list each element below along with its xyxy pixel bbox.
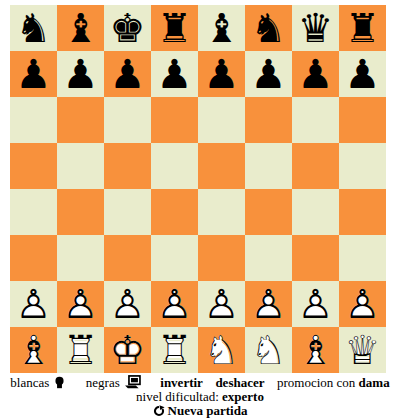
square-g7[interactable]: ♟ bbox=[292, 51, 339, 97]
square-g6[interactable] bbox=[292, 97, 339, 143]
promotion-piece-button[interactable]: dama bbox=[359, 375, 390, 390]
square-h3[interactable] bbox=[339, 235, 386, 281]
person-head-icon[interactable] bbox=[53, 376, 66, 389]
square-h5[interactable] bbox=[339, 143, 386, 189]
square-b8[interactable]: ♝ bbox=[57, 5, 104, 51]
square-b6[interactable] bbox=[57, 97, 104, 143]
white-pawn-piece: ♟♙ bbox=[345, 281, 381, 327]
refresh-icon[interactable] bbox=[153, 405, 165, 417]
black-pawn-piece: ♟ bbox=[251, 51, 287, 97]
white-bishop-piece: ♝♗ bbox=[298, 327, 334, 373]
square-d4[interactable] bbox=[151, 189, 198, 235]
square-f3[interactable] bbox=[245, 235, 292, 281]
square-d7[interactable]: ♟ bbox=[151, 51, 198, 97]
piece-outline: ♙ bbox=[157, 281, 193, 327]
square-f2[interactable]: ♟♙ bbox=[245, 281, 292, 327]
white-pawn-piece: ♟♙ bbox=[298, 281, 334, 327]
square-g5[interactable] bbox=[292, 143, 339, 189]
square-h7[interactable]: ♟ bbox=[339, 51, 386, 97]
square-e6[interactable] bbox=[198, 97, 245, 143]
white-knight-piece: ♞♘ bbox=[204, 327, 240, 373]
computer-icon[interactable] bbox=[124, 375, 141, 389]
square-d2[interactable]: ♟♙ bbox=[151, 281, 198, 327]
controls-panel: blancas negras invertir deshacer promoci… bbox=[0, 375, 400, 418]
black-knight-piece: ♞ bbox=[251, 5, 287, 51]
black-bishop-piece: ♝ bbox=[204, 5, 240, 51]
piece-outline: ♙ bbox=[204, 281, 240, 327]
square-e1[interactable]: ♞♘ bbox=[198, 327, 245, 373]
square-a8[interactable]: ♞ bbox=[10, 5, 57, 51]
black-pawn-piece: ♟ bbox=[204, 51, 240, 97]
square-g1[interactable]: ♝♗ bbox=[292, 327, 339, 373]
square-a7[interactable]: ♟ bbox=[10, 51, 57, 97]
black-pawn-piece: ♟ bbox=[16, 51, 52, 97]
piece-outline: ♙ bbox=[63, 281, 99, 327]
piece-outline: ♙ bbox=[251, 281, 287, 327]
white-rook-piece: ♜♖ bbox=[63, 327, 99, 373]
piece-outline: ♗ bbox=[298, 327, 334, 373]
black-pawn-piece: ♟ bbox=[345, 51, 381, 97]
piece-outline: ♗ bbox=[16, 327, 52, 373]
square-e8[interactable]: ♝ bbox=[198, 5, 245, 51]
square-h6[interactable] bbox=[339, 97, 386, 143]
square-c8[interactable]: ♚ bbox=[104, 5, 151, 51]
square-g2[interactable]: ♟♙ bbox=[292, 281, 339, 327]
square-h8[interactable]: ♜ bbox=[339, 5, 386, 51]
difficulty-row: nivel dificultad: experto bbox=[0, 390, 400, 404]
square-a4[interactable] bbox=[10, 189, 57, 235]
square-h1[interactable]: ♛♕ bbox=[339, 327, 386, 373]
square-d5[interactable] bbox=[151, 143, 198, 189]
square-b2[interactable]: ♟♙ bbox=[57, 281, 104, 327]
new-game-button[interactable]: Nueva partida bbox=[168, 403, 248, 418]
black-queen-piece: ♛ bbox=[298, 5, 334, 51]
square-c2[interactable]: ♟♙ bbox=[104, 281, 151, 327]
white-pawn-piece: ♟♙ bbox=[16, 281, 52, 327]
black-pawn-piece: ♟ bbox=[298, 51, 334, 97]
square-a2[interactable]: ♟♙ bbox=[10, 281, 57, 327]
white-player-label: blancas bbox=[10, 375, 49, 390]
square-b3[interactable] bbox=[57, 235, 104, 281]
piece-outline: ♖ bbox=[63, 327, 99, 373]
black-pawn-piece: ♟ bbox=[157, 51, 193, 97]
square-a3[interactable] bbox=[10, 235, 57, 281]
white-bishop-piece: ♝♗ bbox=[16, 327, 52, 373]
difficulty-label: nivel dificultad: bbox=[136, 389, 219, 404]
black-knight-piece: ♞ bbox=[16, 5, 52, 51]
square-a5[interactable] bbox=[10, 143, 57, 189]
black-bishop-piece: ♝ bbox=[63, 5, 99, 51]
square-b4[interactable] bbox=[57, 189, 104, 235]
black-player-label: negras bbox=[86, 375, 120, 390]
chess-board: ♞♝♚♜♝♞♛♜♟♟♟♟♟♟♟♟♟♙♟♙♟♙♟♙♟♙♟♙♟♙♟♙♝♗♜♖♚♔♜♖… bbox=[10, 5, 386, 373]
white-king-piece: ♚♔ bbox=[110, 327, 146, 373]
square-d3[interactable] bbox=[151, 235, 198, 281]
piece-outline: ♘ bbox=[251, 327, 287, 373]
black-pawn-piece: ♟ bbox=[110, 51, 146, 97]
black-rook-piece: ♜ bbox=[157, 5, 193, 51]
difficulty-value-button[interactable]: experto bbox=[222, 389, 264, 404]
piece-outline: ♙ bbox=[298, 281, 334, 327]
white-rook-piece: ♜♖ bbox=[157, 327, 193, 373]
square-a1[interactable]: ♝♗ bbox=[10, 327, 57, 373]
square-c7[interactable]: ♟ bbox=[104, 51, 151, 97]
square-e4[interactable] bbox=[198, 189, 245, 235]
square-e2[interactable]: ♟♙ bbox=[198, 281, 245, 327]
piece-outline: ♘ bbox=[204, 327, 240, 373]
promotion-label: promocion con bbox=[277, 375, 355, 390]
piece-outline: ♙ bbox=[345, 281, 381, 327]
square-f5[interactable] bbox=[245, 143, 292, 189]
square-c5[interactable] bbox=[104, 143, 151, 189]
square-d8[interactable]: ♜ bbox=[151, 5, 198, 51]
square-b5[interactable] bbox=[57, 143, 104, 189]
square-d6[interactable] bbox=[151, 97, 198, 143]
white-pawn-piece: ♟♙ bbox=[251, 281, 287, 327]
square-f1[interactable]: ♞♘ bbox=[245, 327, 292, 373]
piece-outline: ♔ bbox=[110, 327, 146, 373]
square-e5[interactable] bbox=[198, 143, 245, 189]
square-f7[interactable]: ♟ bbox=[245, 51, 292, 97]
square-c1[interactable]: ♚♔ bbox=[104, 327, 151, 373]
white-pawn-piece: ♟♙ bbox=[204, 281, 240, 327]
invert-button[interactable]: invertir bbox=[160, 375, 203, 390]
square-b7[interactable]: ♟ bbox=[57, 51, 104, 97]
square-f8[interactable]: ♞ bbox=[245, 5, 292, 51]
white-knight-piece: ♞♘ bbox=[251, 327, 287, 373]
square-f4[interactable] bbox=[245, 189, 292, 235]
square-h2[interactable]: ♟♙ bbox=[339, 281, 386, 327]
black-king-piece: ♚ bbox=[110, 5, 146, 51]
white-pawn-piece: ♟♙ bbox=[157, 281, 193, 327]
white-pawn-piece: ♟♙ bbox=[63, 281, 99, 327]
square-e7[interactable]: ♟ bbox=[198, 51, 245, 97]
black-rook-piece: ♜ bbox=[345, 5, 381, 51]
square-f6[interactable] bbox=[245, 97, 292, 143]
square-e3[interactable] bbox=[198, 235, 245, 281]
square-b1[interactable]: ♜♖ bbox=[57, 327, 104, 373]
piece-outline: ♙ bbox=[110, 281, 146, 327]
square-c6[interactable] bbox=[104, 97, 151, 143]
square-g3[interactable] bbox=[292, 235, 339, 281]
undo-button[interactable]: deshacer bbox=[215, 375, 264, 390]
piece-outline: ♙ bbox=[16, 281, 52, 327]
square-g8[interactable]: ♛ bbox=[292, 5, 339, 51]
square-h4[interactable] bbox=[339, 189, 386, 235]
square-c4[interactable] bbox=[104, 189, 151, 235]
square-g4[interactable] bbox=[292, 189, 339, 235]
chess-game-page: { "game": "chess", "position": "nbkrbnqr… bbox=[0, 0, 400, 419]
white-pawn-piece: ♟♙ bbox=[110, 281, 146, 327]
players-and-actions-row: blancas negras invertir deshacer promoci… bbox=[0, 375, 400, 390]
piece-outline: ♖ bbox=[157, 327, 193, 373]
square-a6[interactable] bbox=[10, 97, 57, 143]
square-c3[interactable] bbox=[104, 235, 151, 281]
black-pawn-piece: ♟ bbox=[63, 51, 99, 97]
new-game-row: Nueva partida bbox=[0, 404, 400, 418]
piece-outline: ♕ bbox=[345, 327, 381, 373]
square-d1[interactable]: ♜♖ bbox=[151, 327, 198, 373]
white-queen-piece: ♛♕ bbox=[345, 327, 381, 373]
